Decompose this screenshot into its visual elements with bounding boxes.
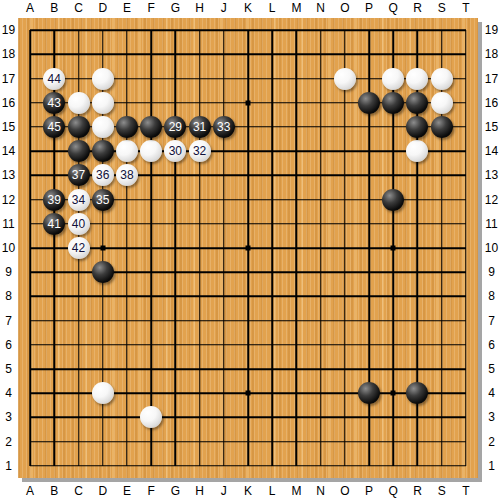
row-label-12: 12 bbox=[483, 187, 500, 211]
column-label-B: B bbox=[42, 483, 66, 499]
black-stone-D14[interactable] bbox=[92, 140, 114, 162]
row-label-1: 1 bbox=[483, 454, 500, 478]
column-label-C: C bbox=[66, 0, 90, 16]
row-label-2: 2 bbox=[483, 430, 500, 454]
black-stone-R15[interactable] bbox=[406, 116, 428, 138]
white-stone-O17[interactable] bbox=[334, 68, 356, 90]
row-label-18: 18 bbox=[483, 42, 500, 66]
bottom-coordinate-labels: ABCDEFGHJKLMNOPQRST bbox=[18, 483, 478, 499]
black-stone-F15[interactable] bbox=[140, 116, 162, 138]
column-label-O: O bbox=[333, 483, 357, 499]
white-stone-D15[interactable] bbox=[92, 116, 114, 138]
row-label-4: 4 bbox=[0, 381, 17, 405]
stones-layer: 2930313233343536373839404142434445 bbox=[18, 18, 478, 478]
white-stone-H14[interactable]: 32 bbox=[189, 140, 211, 162]
column-label-M: M bbox=[284, 483, 308, 499]
column-label-E: E bbox=[115, 0, 139, 16]
black-stone-R16[interactable] bbox=[406, 92, 428, 114]
black-stone-E15[interactable] bbox=[116, 116, 138, 138]
black-stone-B12[interactable]: 39 bbox=[43, 189, 65, 211]
column-label-M: M bbox=[284, 0, 308, 16]
black-stone-S15[interactable] bbox=[431, 116, 453, 138]
white-stone-F14[interactable] bbox=[140, 140, 162, 162]
white-stone-Q17[interactable] bbox=[382, 68, 404, 90]
row-label-7: 7 bbox=[483, 309, 500, 333]
column-label-Q: Q bbox=[381, 0, 405, 16]
white-stone-F3[interactable] bbox=[140, 406, 162, 428]
row-label-13: 13 bbox=[483, 163, 500, 187]
move-number: 42 bbox=[72, 242, 85, 254]
column-label-S: S bbox=[430, 483, 454, 499]
row-label-14: 14 bbox=[0, 139, 17, 163]
black-stone-R4[interactable] bbox=[406, 382, 428, 404]
row-label-13: 13 bbox=[0, 163, 17, 187]
column-label-J: J bbox=[212, 483, 236, 499]
column-label-A: A bbox=[18, 0, 42, 16]
black-stone-D9[interactable] bbox=[92, 261, 114, 283]
move-number: 33 bbox=[217, 121, 230, 133]
black-stone-B16[interactable]: 43 bbox=[43, 92, 65, 114]
row-label-9: 9 bbox=[0, 260, 17, 284]
column-label-D: D bbox=[91, 483, 115, 499]
row-label-1: 1 bbox=[0, 454, 17, 478]
go-game-screenshot: ABCDEFGHJKLMNOPQRST ABCDEFGHJKLMNOPQRST … bbox=[0, 0, 500, 500]
column-label-D: D bbox=[91, 0, 115, 16]
row-label-2: 2 bbox=[0, 430, 17, 454]
white-stone-S16[interactable] bbox=[431, 92, 453, 114]
column-label-R: R bbox=[405, 0, 429, 16]
black-stone-Q12[interactable] bbox=[382, 189, 404, 211]
column-label-A: A bbox=[18, 483, 42, 499]
black-stone-H15[interactable]: 31 bbox=[189, 116, 211, 138]
move-number: 31 bbox=[193, 121, 206, 133]
column-label-T: T bbox=[454, 0, 478, 16]
column-label-P: P bbox=[357, 483, 381, 499]
black-stone-D12[interactable]: 35 bbox=[92, 189, 114, 211]
row-label-6: 6 bbox=[483, 333, 500, 357]
move-number: 35 bbox=[96, 194, 109, 206]
white-stone-D13[interactable]: 36 bbox=[92, 164, 114, 186]
move-number: 38 bbox=[120, 169, 133, 181]
column-label-P: P bbox=[357, 0, 381, 16]
left-coordinate-labels: 19181716151413121110987654321 bbox=[0, 18, 17, 478]
white-stone-E13[interactable]: 38 bbox=[116, 164, 138, 186]
column-label-T: T bbox=[454, 483, 478, 499]
black-stone-B11[interactable]: 41 bbox=[43, 213, 65, 235]
row-label-12: 12 bbox=[0, 187, 17, 211]
white-stone-R17[interactable] bbox=[406, 68, 428, 90]
column-label-J: J bbox=[212, 0, 236, 16]
column-label-B: B bbox=[42, 0, 66, 16]
row-label-4: 4 bbox=[483, 381, 500, 405]
column-label-F: F bbox=[139, 0, 163, 16]
row-label-8: 8 bbox=[483, 284, 500, 308]
white-stone-S17[interactable] bbox=[431, 68, 453, 90]
column-label-G: G bbox=[163, 483, 187, 499]
black-stone-C14[interactable] bbox=[68, 140, 90, 162]
row-label-5: 5 bbox=[0, 357, 17, 381]
black-stone-B15[interactable]: 45 bbox=[43, 116, 65, 138]
column-label-S: S bbox=[430, 0, 454, 16]
row-label-8: 8 bbox=[0, 284, 17, 308]
top-coordinate-labels: ABCDEFGHJKLMNOPQRST bbox=[18, 0, 478, 16]
column-label-N: N bbox=[309, 0, 333, 16]
black-stone-C15[interactable] bbox=[68, 116, 90, 138]
white-stone-C16[interactable] bbox=[68, 92, 90, 114]
white-stone-E14[interactable] bbox=[116, 140, 138, 162]
row-label-3: 3 bbox=[0, 405, 17, 429]
row-label-17: 17 bbox=[0, 66, 17, 90]
row-label-11: 11 bbox=[483, 212, 500, 236]
black-stone-G15[interactable]: 29 bbox=[164, 116, 186, 138]
move-number: 39 bbox=[48, 194, 61, 206]
move-number: 29 bbox=[169, 121, 182, 133]
column-label-E: E bbox=[115, 483, 139, 499]
column-label-L: L bbox=[260, 483, 284, 499]
white-stone-D4[interactable] bbox=[92, 382, 114, 404]
row-label-16: 16 bbox=[0, 91, 17, 115]
move-number: 45 bbox=[48, 121, 61, 133]
black-stone-P4[interactable] bbox=[358, 382, 380, 404]
move-number: 32 bbox=[193, 145, 206, 157]
column-label-Q: Q bbox=[381, 483, 405, 499]
row-label-17: 17 bbox=[483, 66, 500, 90]
move-number: 43 bbox=[48, 97, 61, 109]
column-label-H: H bbox=[187, 483, 211, 499]
white-stone-D16[interactable] bbox=[92, 92, 114, 114]
column-label-G: G bbox=[163, 0, 187, 16]
white-stone-B17[interactable]: 44 bbox=[43, 68, 65, 90]
row-label-14: 14 bbox=[483, 139, 500, 163]
move-number: 36 bbox=[96, 169, 109, 181]
white-stone-C10[interactable]: 42 bbox=[68, 237, 90, 259]
move-number: 37 bbox=[72, 169, 85, 181]
column-label-N: N bbox=[309, 483, 333, 499]
white-stone-R14[interactable] bbox=[406, 140, 428, 162]
row-label-6: 6 bbox=[0, 333, 17, 357]
row-label-16: 16 bbox=[483, 91, 500, 115]
column-label-R: R bbox=[405, 483, 429, 499]
row-label-18: 18 bbox=[0, 42, 17, 66]
row-label-19: 19 bbox=[0, 18, 17, 42]
column-label-L: L bbox=[260, 0, 284, 16]
white-stone-C11[interactable]: 40 bbox=[68, 213, 90, 235]
column-label-C: C bbox=[66, 483, 90, 499]
goban[interactable]: 2930313233343536373839404142434445 bbox=[18, 18, 478, 478]
right-coordinate-labels: 19181716151413121110987654321 bbox=[483, 18, 500, 478]
white-stone-D17[interactable] bbox=[92, 68, 114, 90]
move-number: 44 bbox=[48, 73, 61, 85]
row-label-15: 15 bbox=[483, 115, 500, 139]
black-stone-Q16[interactable] bbox=[382, 92, 404, 114]
row-label-19: 19 bbox=[483, 18, 500, 42]
column-label-H: H bbox=[187, 0, 211, 16]
white-stone-G14[interactable]: 30 bbox=[164, 140, 186, 162]
move-number: 34 bbox=[72, 194, 85, 206]
white-stone-C12[interactable]: 34 bbox=[68, 189, 90, 211]
black-stone-J15[interactable]: 33 bbox=[213, 116, 235, 138]
move-number: 30 bbox=[169, 145, 182, 157]
black-stone-C13[interactable]: 37 bbox=[68, 164, 90, 186]
row-label-15: 15 bbox=[0, 115, 17, 139]
row-label-3: 3 bbox=[483, 405, 500, 429]
row-label-9: 9 bbox=[483, 260, 500, 284]
move-number: 40 bbox=[72, 218, 85, 230]
column-label-F: F bbox=[139, 483, 163, 499]
row-label-10: 10 bbox=[483, 236, 500, 260]
column-label-O: O bbox=[333, 0, 357, 16]
row-label-5: 5 bbox=[483, 357, 500, 381]
column-label-K: K bbox=[236, 483, 260, 499]
move-number: 41 bbox=[48, 218, 61, 230]
row-label-10: 10 bbox=[0, 236, 17, 260]
black-stone-P16[interactable] bbox=[358, 92, 380, 114]
column-label-K: K bbox=[236, 0, 260, 16]
row-label-11: 11 bbox=[0, 212, 17, 236]
row-label-7: 7 bbox=[0, 309, 17, 333]
